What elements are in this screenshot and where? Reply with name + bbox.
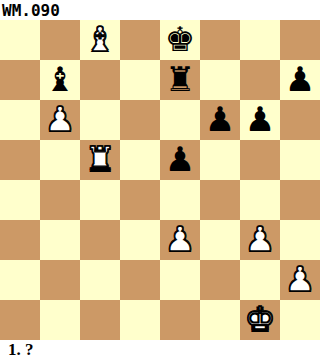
- square-h8[interactable]: [280, 20, 320, 60]
- white-rook: ♜: [85, 139, 115, 179]
- square-c2[interactable]: [80, 260, 120, 300]
- black-pawn: ♟: [165, 139, 195, 179]
- square-c3[interactable]: [80, 220, 120, 260]
- square-b8[interactable]: [40, 20, 80, 60]
- square-b6[interactable]: ♟: [40, 100, 80, 140]
- square-e6[interactable]: [160, 100, 200, 140]
- square-f8[interactable]: [200, 20, 240, 60]
- status-bar: 1. ?: [0, 340, 320, 360]
- square-g4[interactable]: [240, 180, 280, 220]
- square-f6[interactable]: ♟: [200, 100, 240, 140]
- square-g7[interactable]: [240, 60, 280, 100]
- square-d4[interactable]: [120, 180, 160, 220]
- white-bishop: ♝: [85, 19, 115, 59]
- square-a4[interactable]: [0, 180, 40, 220]
- chess-board: ♝♚♝♜♟♟♟♟♜♟♟♟♟♚: [0, 20, 320, 340]
- square-h3[interactable]: [280, 220, 320, 260]
- square-g1[interactable]: ♚: [240, 300, 280, 340]
- square-c8[interactable]: ♝: [80, 20, 120, 60]
- square-d3[interactable]: [120, 220, 160, 260]
- square-a8[interactable]: [0, 20, 40, 60]
- square-f1[interactable]: [200, 300, 240, 340]
- square-a7[interactable]: [0, 60, 40, 100]
- square-f4[interactable]: [200, 180, 240, 220]
- square-c1[interactable]: [80, 300, 120, 340]
- black-pawn: ♟: [205, 99, 235, 139]
- square-b4[interactable]: [40, 180, 80, 220]
- black-pawn: ♟: [245, 99, 275, 139]
- move-prompt: 1. ?: [8, 340, 34, 360]
- square-h7[interactable]: ♟: [280, 60, 320, 100]
- title-bar: WM.090: [0, 0, 320, 20]
- square-g3[interactable]: ♟: [240, 220, 280, 260]
- square-g5[interactable]: [240, 140, 280, 180]
- white-pawn: ♟: [45, 99, 75, 139]
- square-c6[interactable]: [80, 100, 120, 140]
- square-a2[interactable]: [0, 260, 40, 300]
- square-g2[interactable]: [240, 260, 280, 300]
- white-pawn: ♟: [285, 259, 315, 299]
- square-b3[interactable]: [40, 220, 80, 260]
- black-bishop: ♝: [45, 59, 75, 99]
- square-b5[interactable]: [40, 140, 80, 180]
- square-f7[interactable]: [200, 60, 240, 100]
- square-f3[interactable]: [200, 220, 240, 260]
- square-e3[interactable]: ♟: [160, 220, 200, 260]
- white-king: ♚: [245, 299, 275, 339]
- black-pawn: ♟: [285, 59, 315, 99]
- square-c4[interactable]: [80, 180, 120, 220]
- square-e5[interactable]: ♟: [160, 140, 200, 180]
- white-pawn: ♟: [245, 219, 275, 259]
- square-f5[interactable]: [200, 140, 240, 180]
- square-e1[interactable]: [160, 300, 200, 340]
- puzzle-id: WM.090: [2, 1, 60, 20]
- square-a5[interactable]: [0, 140, 40, 180]
- square-h6[interactable]: [280, 100, 320, 140]
- square-d1[interactable]: [120, 300, 160, 340]
- square-c7[interactable]: [80, 60, 120, 100]
- square-d8[interactable]: [120, 20, 160, 60]
- square-e2[interactable]: [160, 260, 200, 300]
- square-a6[interactable]: [0, 100, 40, 140]
- square-d2[interactable]: [120, 260, 160, 300]
- square-c5[interactable]: ♜: [80, 140, 120, 180]
- square-g8[interactable]: [240, 20, 280, 60]
- square-g6[interactable]: ♟: [240, 100, 280, 140]
- square-d6[interactable]: [120, 100, 160, 140]
- square-b1[interactable]: [40, 300, 80, 340]
- square-f2[interactable]: [200, 260, 240, 300]
- square-h4[interactable]: [280, 180, 320, 220]
- square-d7[interactable]: [120, 60, 160, 100]
- square-h1[interactable]: [280, 300, 320, 340]
- white-pawn: ♟: [165, 219, 195, 259]
- square-e4[interactable]: [160, 180, 200, 220]
- square-e8[interactable]: ♚: [160, 20, 200, 60]
- square-d5[interactable]: [120, 140, 160, 180]
- black-rook: ♜: [165, 59, 195, 99]
- square-a1[interactable]: [0, 300, 40, 340]
- black-king: ♚: [165, 19, 195, 59]
- square-a3[interactable]: [0, 220, 40, 260]
- square-e7[interactable]: ♜: [160, 60, 200, 100]
- square-b7[interactable]: ♝: [40, 60, 80, 100]
- square-h5[interactable]: [280, 140, 320, 180]
- puzzle-window: WM.090 ♝♚♝♜♟♟♟♟♜♟♟♟♟♚ 1. ?: [0, 0, 320, 360]
- square-b2[interactable]: [40, 260, 80, 300]
- square-h2[interactable]: ♟: [280, 260, 320, 300]
